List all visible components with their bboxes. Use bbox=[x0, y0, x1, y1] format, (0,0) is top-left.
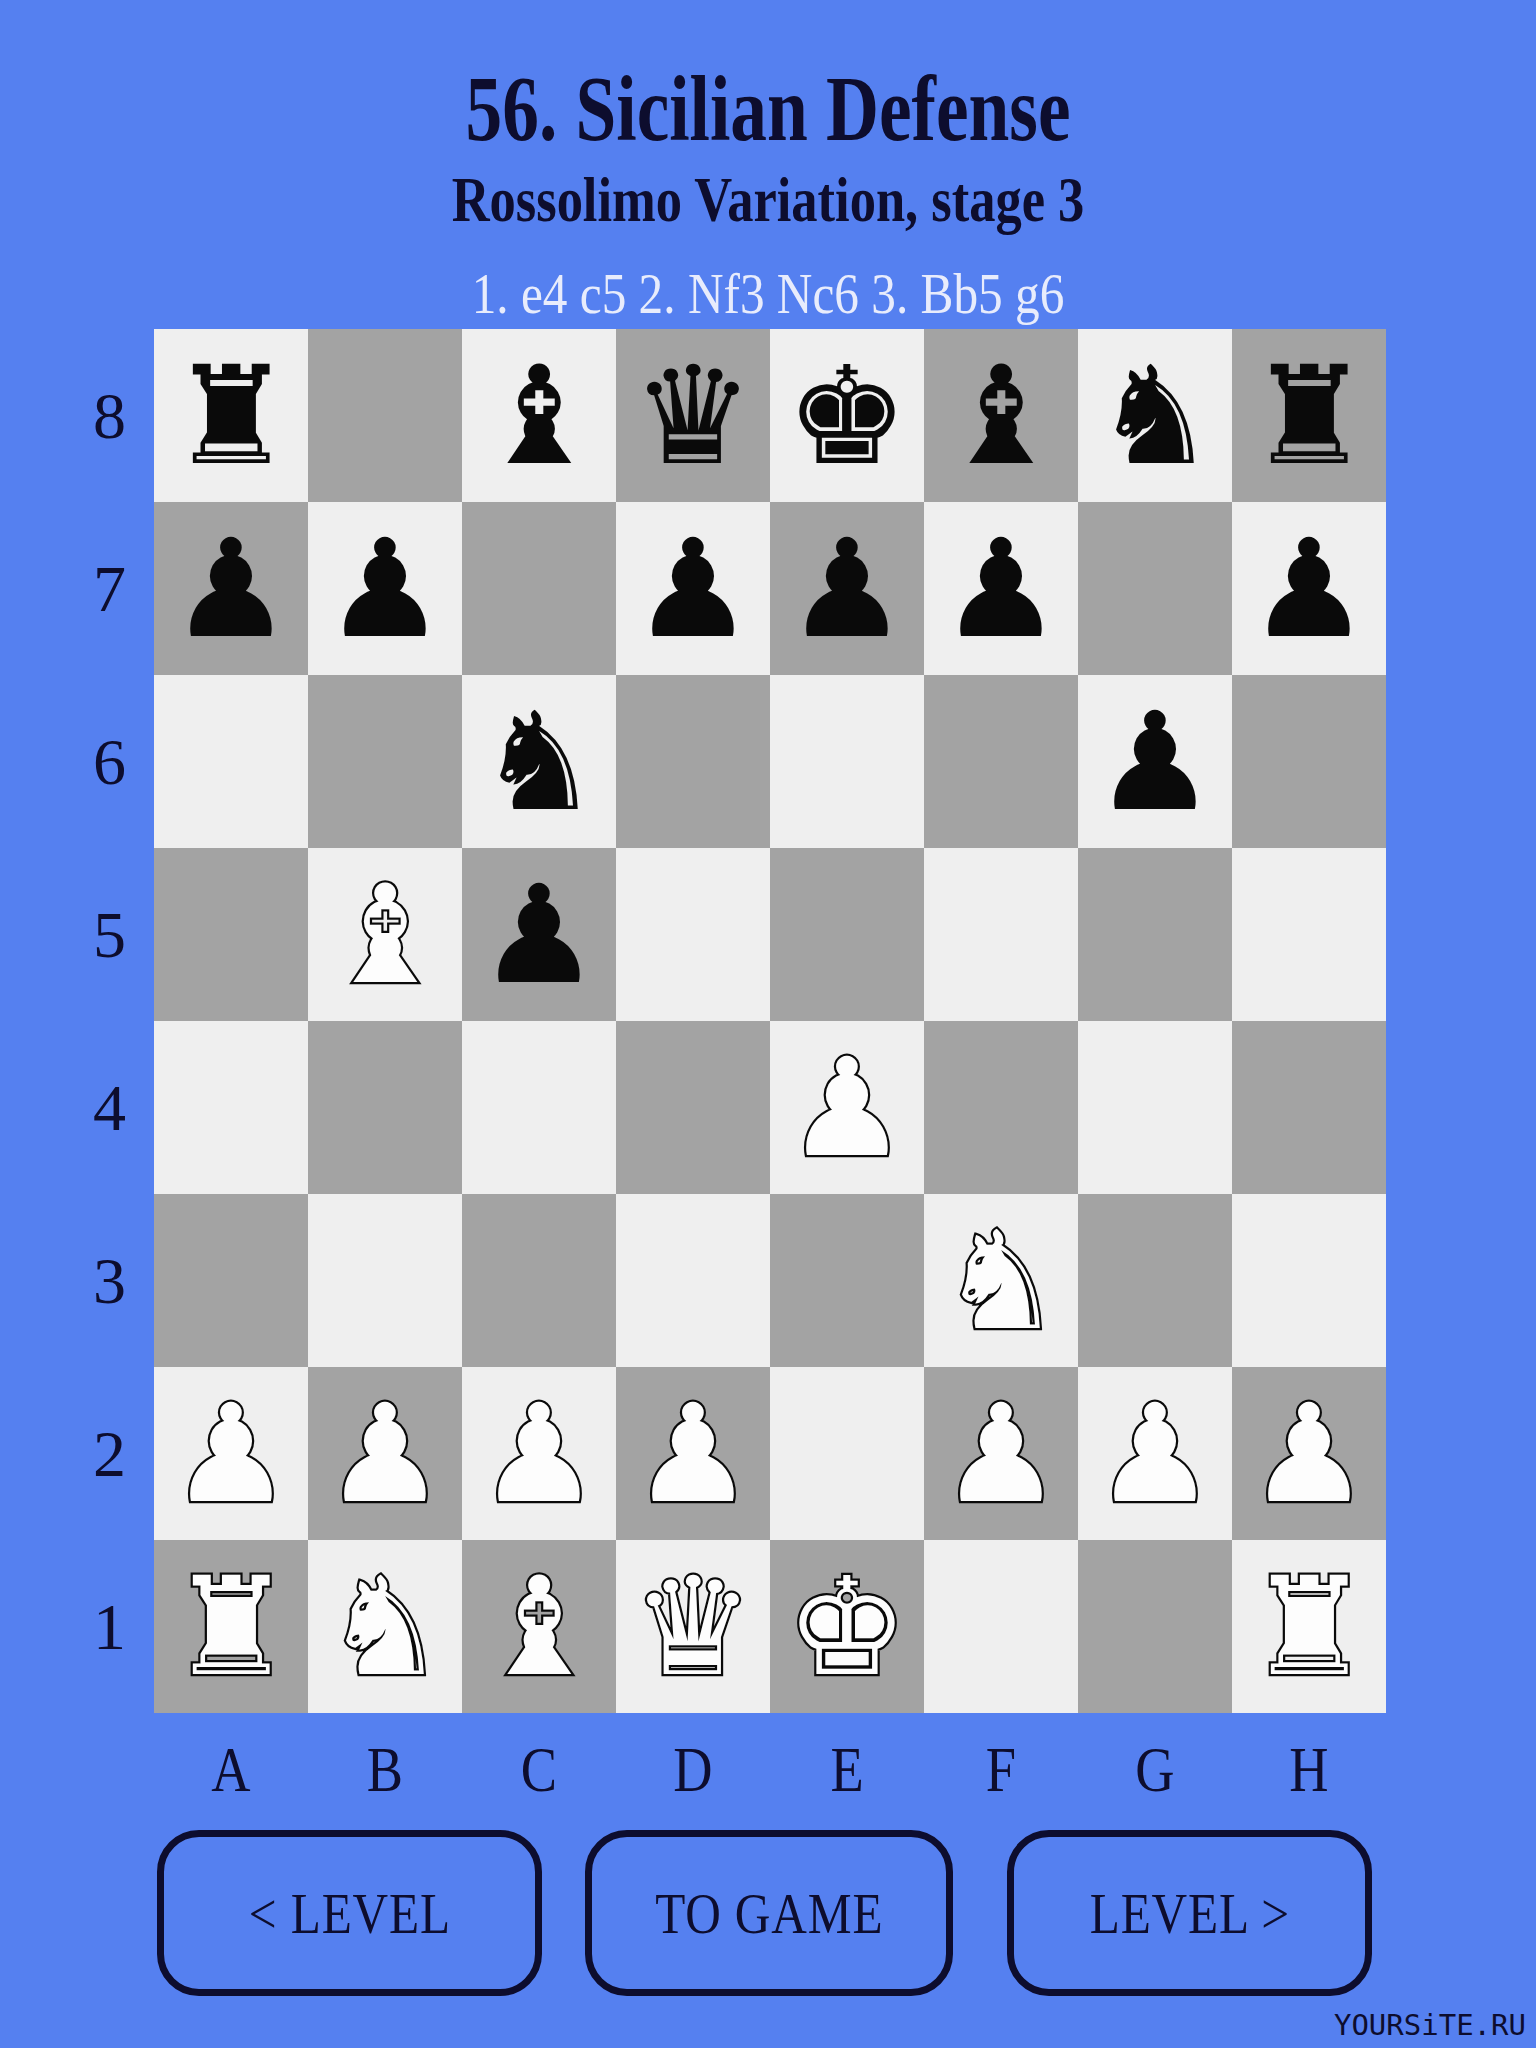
white-bishop[interactable]: ♝ bbox=[324, 867, 446, 1003]
square-b3[interactable] bbox=[308, 1194, 462, 1367]
square-h2[interactable]: ♟ bbox=[1232, 1367, 1386, 1540]
next-level-label: LEVEL > bbox=[1089, 1880, 1289, 1947]
black-pawn[interactable]: ♟ bbox=[170, 521, 292, 657]
square-c6[interactable]: ♞ bbox=[462, 675, 616, 848]
square-b2[interactable]: ♟ bbox=[308, 1367, 462, 1540]
white-pawn[interactable]: ♟ bbox=[1248, 1386, 1370, 1522]
square-f8[interactable]: ♝ bbox=[924, 329, 1078, 502]
chess-trainer-page: 56. Sicilian Defense Rossolimo Variation… bbox=[0, 0, 1536, 2048]
file-label-a: A bbox=[166, 1713, 297, 1813]
square-d8[interactable]: ♛ bbox=[616, 329, 770, 502]
white-pawn[interactable]: ♟ bbox=[786, 1040, 908, 1176]
white-knight[interactable]: ♞ bbox=[324, 1559, 446, 1695]
white-pawn[interactable]: ♟ bbox=[940, 1386, 1062, 1522]
square-b8[interactable] bbox=[308, 329, 462, 502]
square-e3[interactable] bbox=[770, 1194, 924, 1367]
square-a8[interactable]: ♜ bbox=[154, 329, 308, 502]
square-h8[interactable]: ♜ bbox=[1232, 329, 1386, 502]
black-bishop[interactable]: ♝ bbox=[478, 348, 600, 484]
black-rook[interactable]: ♜ bbox=[170, 348, 292, 484]
square-a6[interactable] bbox=[154, 675, 308, 848]
square-c5[interactable]: ♟ bbox=[462, 848, 616, 1021]
white-rook[interactable]: ♜ bbox=[170, 1559, 292, 1695]
square-e1[interactable]: ♚ bbox=[770, 1540, 924, 1713]
to-game-label: TO GAME bbox=[655, 1880, 883, 1947]
black-pawn[interactable]: ♟ bbox=[786, 521, 908, 657]
black-pawn[interactable]: ♟ bbox=[324, 521, 446, 657]
square-b1[interactable]: ♞ bbox=[308, 1540, 462, 1713]
square-f1[interactable] bbox=[924, 1540, 1078, 1713]
square-e2[interactable] bbox=[770, 1367, 924, 1540]
black-bishop[interactable]: ♝ bbox=[940, 348, 1062, 484]
square-c4[interactable] bbox=[462, 1021, 616, 1194]
to-game-button[interactable]: TO GAME bbox=[585, 1830, 953, 1996]
square-e8[interactable]: ♚ bbox=[770, 329, 924, 502]
black-pawn[interactable]: ♟ bbox=[1094, 694, 1216, 830]
square-f5[interactable] bbox=[924, 848, 1078, 1021]
black-pawn[interactable]: ♟ bbox=[632, 521, 754, 657]
square-a3[interactable] bbox=[154, 1194, 308, 1367]
chess-board[interactable]: ♜♝♛♚♝♞♜♟♟♟♟♟♟♞♟♝♟♟♞♟♟♟♟♟♟♟♜♞♝♛♚♜ bbox=[154, 329, 1386, 1713]
button-row: < LEVEL TO GAME LEVEL > bbox=[0, 1830, 1536, 2000]
square-d1[interactable]: ♛ bbox=[616, 1540, 770, 1713]
white-rook[interactable]: ♜ bbox=[1248, 1559, 1370, 1695]
file-label-f: F bbox=[936, 1713, 1067, 1813]
square-g1[interactable] bbox=[1078, 1540, 1232, 1713]
black-king[interactable]: ♚ bbox=[786, 348, 908, 484]
rank-label-6: 6 bbox=[0, 675, 154, 848]
black-queen[interactable]: ♛ bbox=[632, 348, 754, 484]
white-king[interactable]: ♚ bbox=[786, 1559, 908, 1695]
square-h1[interactable]: ♜ bbox=[1232, 1540, 1386, 1713]
white-pawn[interactable]: ♟ bbox=[170, 1386, 292, 1522]
file-label-g: G bbox=[1090, 1713, 1221, 1813]
square-h4[interactable] bbox=[1232, 1021, 1386, 1194]
file-label-h: H bbox=[1244, 1713, 1375, 1813]
file-label-b: B bbox=[320, 1713, 451, 1813]
previous-level-label: < LEVEL bbox=[248, 1880, 450, 1947]
rank-label-5: 5 bbox=[0, 848, 154, 1021]
square-d5[interactable] bbox=[616, 848, 770, 1021]
square-g2[interactable]: ♟ bbox=[1078, 1367, 1232, 1540]
square-f6[interactable] bbox=[924, 675, 1078, 848]
black-pawn[interactable]: ♟ bbox=[1248, 521, 1370, 657]
square-d2[interactable]: ♟ bbox=[616, 1367, 770, 1540]
square-e4[interactable]: ♟ bbox=[770, 1021, 924, 1194]
square-g3[interactable] bbox=[1078, 1194, 1232, 1367]
square-a2[interactable]: ♟ bbox=[154, 1367, 308, 1540]
square-c7[interactable] bbox=[462, 502, 616, 675]
next-level-button[interactable]: LEVEL > bbox=[1007, 1830, 1372, 1996]
square-d6[interactable] bbox=[616, 675, 770, 848]
square-b5[interactable]: ♝ bbox=[308, 848, 462, 1021]
square-g8[interactable]: ♞ bbox=[1078, 329, 1232, 502]
square-d7[interactable]: ♟ bbox=[616, 502, 770, 675]
rank-label-1: 1 bbox=[0, 1540, 154, 1713]
square-d4[interactable] bbox=[616, 1021, 770, 1194]
square-d3[interactable] bbox=[616, 1194, 770, 1367]
square-b6[interactable] bbox=[308, 675, 462, 848]
white-pawn[interactable]: ♟ bbox=[1094, 1386, 1216, 1522]
square-e6[interactable] bbox=[770, 675, 924, 848]
file-label-c: C bbox=[474, 1713, 605, 1813]
opening-moves-line: 1. e4 c5 2. Nf3 Nc6 3. Bb5 g6 bbox=[92, 256, 1444, 332]
previous-level-button[interactable]: < LEVEL bbox=[157, 1830, 542, 1996]
black-pawn[interactable]: ♟ bbox=[478, 867, 600, 1003]
rank-labels: 87654321 bbox=[0, 329, 154, 1713]
square-b4[interactable] bbox=[308, 1021, 462, 1194]
square-f3[interactable]: ♞ bbox=[924, 1194, 1078, 1367]
square-h7[interactable]: ♟ bbox=[1232, 502, 1386, 675]
black-knight[interactable]: ♞ bbox=[478, 694, 600, 830]
file-label-e: E bbox=[782, 1713, 913, 1813]
square-b7[interactable]: ♟ bbox=[308, 502, 462, 675]
square-e5[interactable] bbox=[770, 848, 924, 1021]
rank-label-4: 4 bbox=[0, 1021, 154, 1194]
rank-label-2: 2 bbox=[0, 1367, 154, 1540]
file-labels: ABCDEFGH bbox=[154, 1713, 1386, 1813]
square-g7[interactable] bbox=[1078, 502, 1232, 675]
white-queen[interactable]: ♛ bbox=[632, 1559, 754, 1695]
square-g4[interactable] bbox=[1078, 1021, 1232, 1194]
square-a5[interactable] bbox=[154, 848, 308, 1021]
rank-label-7: 7 bbox=[0, 502, 154, 675]
square-c8[interactable]: ♝ bbox=[462, 329, 616, 502]
square-a4[interactable] bbox=[154, 1021, 308, 1194]
file-label-d: D bbox=[628, 1713, 759, 1813]
square-a7[interactable]: ♟ bbox=[154, 502, 308, 675]
white-pawn[interactable]: ♟ bbox=[632, 1386, 754, 1522]
square-e7[interactable]: ♟ bbox=[770, 502, 924, 675]
white-pawn[interactable]: ♟ bbox=[324, 1386, 446, 1522]
square-f7[interactable]: ♟ bbox=[924, 502, 1078, 675]
square-a1[interactable]: ♜ bbox=[154, 1540, 308, 1713]
black-rook[interactable]: ♜ bbox=[1248, 348, 1370, 484]
rank-label-8: 8 bbox=[0, 329, 154, 502]
square-h5[interactable] bbox=[1232, 848, 1386, 1021]
square-h3[interactable] bbox=[1232, 1194, 1386, 1367]
white-bishop[interactable]: ♝ bbox=[478, 1559, 600, 1695]
page-title: 56. Sicilian Defense bbox=[169, 52, 1367, 164]
square-g5[interactable] bbox=[1078, 848, 1232, 1021]
rank-label-3: 3 bbox=[0, 1194, 154, 1367]
square-g6[interactable]: ♟ bbox=[1078, 675, 1232, 848]
square-h6[interactable] bbox=[1232, 675, 1386, 848]
white-knight[interactable]: ♞ bbox=[940, 1213, 1062, 1349]
white-pawn[interactable]: ♟ bbox=[478, 1386, 600, 1522]
black-pawn[interactable]: ♟ bbox=[940, 521, 1062, 657]
site-watermark: YOURSiTE.RU bbox=[1334, 2008, 1526, 2042]
square-f4[interactable] bbox=[924, 1021, 1078, 1194]
square-c1[interactable]: ♝ bbox=[462, 1540, 616, 1713]
page-subtitle: Rossolimo Variation, stage 3 bbox=[138, 158, 1398, 242]
black-knight[interactable]: ♞ bbox=[1094, 348, 1216, 484]
square-c3[interactable] bbox=[462, 1194, 616, 1367]
square-c2[interactable]: ♟ bbox=[462, 1367, 616, 1540]
square-f2[interactable]: ♟ bbox=[924, 1367, 1078, 1540]
